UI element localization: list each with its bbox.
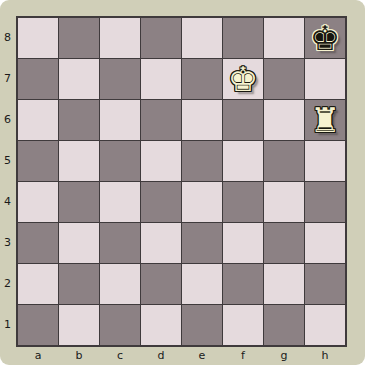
square-d8[interactable]	[141, 18, 181, 58]
square-g2[interactable]	[264, 264, 304, 304]
square-f2[interactable]	[223, 264, 263, 304]
square-b6[interactable]	[59, 100, 99, 140]
square-c3[interactable]	[100, 223, 140, 263]
square-h8[interactable]: ♚	[305, 18, 345, 58]
file-label-c: c	[100, 348, 140, 363]
square-h1[interactable]	[305, 305, 345, 345]
square-d6[interactable]	[141, 100, 181, 140]
square-h4[interactable]	[305, 182, 345, 222]
square-g5[interactable]	[264, 141, 304, 181]
square-e1[interactable]	[182, 305, 222, 345]
square-g1[interactable]	[264, 305, 304, 345]
rank-labels: 8 7 6 5 4 3 2 1	[0, 18, 15, 345]
square-d5[interactable]	[141, 141, 181, 181]
square-b3[interactable]	[59, 223, 99, 263]
square-e8[interactable]	[182, 18, 222, 58]
square-a1[interactable]	[18, 305, 58, 345]
file-labels: a b c d e f g h	[18, 348, 345, 363]
square-g8[interactable]	[264, 18, 304, 58]
square-c6[interactable]	[100, 100, 140, 140]
square-b7[interactable]	[59, 59, 99, 99]
square-c4[interactable]	[100, 182, 140, 222]
square-g7[interactable]	[264, 59, 304, 99]
chess-window: 8 7 6 5 4 3 2 1 ♚♚♜ a b c d e f g h	[0, 0, 365, 365]
piece-white-king[interactable]: ♚	[228, 59, 258, 99]
square-b2[interactable]	[59, 264, 99, 304]
rank-label-5: 5	[0, 141, 15, 181]
file-label-f: f	[223, 348, 263, 363]
file-label-d: d	[141, 348, 181, 363]
square-d3[interactable]	[141, 223, 181, 263]
square-g4[interactable]	[264, 182, 304, 222]
square-a2[interactable]	[18, 264, 58, 304]
square-a5[interactable]	[18, 141, 58, 181]
square-c1[interactable]	[100, 305, 140, 345]
square-e4[interactable]	[182, 182, 222, 222]
square-f8[interactable]	[223, 18, 263, 58]
square-a7[interactable]	[18, 59, 58, 99]
square-e2[interactable]	[182, 264, 222, 304]
rank-label-2: 2	[0, 264, 15, 304]
square-h2[interactable]	[305, 264, 345, 304]
square-b1[interactable]	[59, 305, 99, 345]
square-f3[interactable]	[223, 223, 263, 263]
file-label-g: g	[264, 348, 304, 363]
square-a6[interactable]	[18, 100, 58, 140]
square-e6[interactable]	[182, 100, 222, 140]
square-c7[interactable]	[100, 59, 140, 99]
square-a3[interactable]	[18, 223, 58, 263]
piece-black-king[interactable]: ♚	[310, 18, 340, 58]
piece-white-rook[interactable]: ♜	[310, 100, 340, 140]
file-label-h: h	[305, 348, 345, 363]
square-d7[interactable]	[141, 59, 181, 99]
square-h5[interactable]	[305, 141, 345, 181]
square-f6[interactable]	[223, 100, 263, 140]
square-f7[interactable]: ♚	[223, 59, 263, 99]
square-d4[interactable]	[141, 182, 181, 222]
rank-label-3: 3	[0, 223, 15, 263]
file-label-a: a	[18, 348, 58, 363]
square-a4[interactable]	[18, 182, 58, 222]
square-b8[interactable]	[59, 18, 99, 58]
board-panel: 8 7 6 5 4 3 2 1 ♚♚♜ a b c d e f g h	[0, 0, 365, 365]
square-e3[interactable]	[182, 223, 222, 263]
square-c8[interactable]	[100, 18, 140, 58]
square-d1[interactable]	[141, 305, 181, 345]
rank-label-6: 6	[0, 100, 15, 140]
rank-label-8: 8	[0, 18, 15, 58]
square-f1[interactable]	[223, 305, 263, 345]
square-a8[interactable]	[18, 18, 58, 58]
square-e7[interactable]	[182, 59, 222, 99]
file-label-b: b	[59, 348, 99, 363]
square-f5[interactable]	[223, 141, 263, 181]
rank-label-4: 4	[0, 182, 15, 222]
square-c5[interactable]	[100, 141, 140, 181]
rank-label-7: 7	[0, 59, 15, 99]
square-h6[interactable]: ♜	[305, 100, 345, 140]
square-h3[interactable]	[305, 223, 345, 263]
square-h7[interactable]	[305, 59, 345, 99]
square-b4[interactable]	[59, 182, 99, 222]
file-label-e: e	[182, 348, 222, 363]
square-f4[interactable]	[223, 182, 263, 222]
square-g3[interactable]	[264, 223, 304, 263]
rank-label-1: 1	[0, 305, 15, 345]
square-c2[interactable]	[100, 264, 140, 304]
square-b5[interactable]	[59, 141, 99, 181]
chess-board: ♚♚♜	[16, 16, 347, 347]
square-e5[interactable]	[182, 141, 222, 181]
square-d2[interactable]	[141, 264, 181, 304]
square-g6[interactable]	[264, 100, 304, 140]
